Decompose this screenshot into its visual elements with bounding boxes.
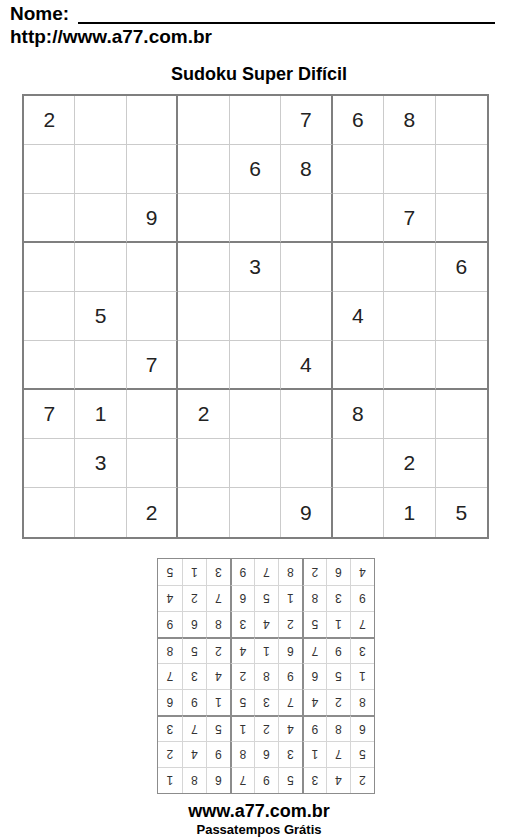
puzzle-cell-r6c9 (436, 341, 487, 390)
solution-cell-r2c7: 9 (206, 741, 230, 767)
solution-cell-r5c7: 4 (206, 663, 230, 689)
puzzle-cell-r5c8 (384, 292, 435, 341)
footer-site-text: www.a77.com.br (0, 801, 518, 821)
puzzle-cell-r9c6: 9 (281, 488, 332, 537)
solution-cell-r4c8: 9 (182, 689, 206, 715)
solution-cell-r5c1: 1 (350, 663, 374, 689)
puzzle-cell-r1c6: 7 (281, 96, 332, 145)
solution-cell-r3c3: 9 (302, 715, 326, 741)
puzzle-cell-r2c3 (127, 145, 178, 194)
puzzle-cell-r5c4 (178, 292, 229, 341)
solution-cell-r9c2: 6 (326, 559, 350, 585)
solution-cell-r1c7: 6 (206, 767, 230, 793)
puzzle-cell-r1c9 (436, 96, 487, 145)
puzzle-cell-r1c4 (178, 96, 229, 145)
puzzle-cell-r5c7: 4 (333, 292, 384, 341)
solution-cell-r1c5: 9 (254, 767, 278, 793)
solution-cell-r4c6: 5 (230, 689, 254, 715)
solution-cell-r1c2: 4 (326, 767, 350, 793)
puzzle-cell-r7c3 (127, 390, 178, 439)
puzzle-cell-r6c3: 7 (127, 341, 178, 390)
solution-cell-r3c2: 8 (326, 715, 350, 741)
puzzle-cell-r3c9 (436, 194, 487, 243)
solution-cell-r4c7: 1 (206, 689, 230, 715)
puzzle-cell-r2c6: 8 (281, 145, 332, 194)
solution-cell-r7c5: 4 (254, 611, 278, 637)
puzzle-cell-r4c5: 3 (230, 243, 281, 292)
puzzle-cell-r8c5 (230, 439, 281, 488)
puzzle-cell-r6c2 (75, 341, 126, 390)
solution-cell-r2c9: 2 (158, 741, 182, 767)
puzzle-cell-r1c5 (230, 96, 281, 145)
solution-cell-r9c7: 3 (206, 559, 230, 585)
solution-cell-r5c6: 2 (230, 663, 254, 689)
puzzle-cell-r7c2: 1 (75, 390, 126, 439)
puzzle-cell-r6c1 (24, 341, 75, 390)
puzzle-cell-r4c2 (75, 243, 126, 292)
solution-cell-r5c4: 9 (278, 663, 302, 689)
puzzle-cell-r2c5: 6 (230, 145, 281, 194)
solution-cell-r3c7: 5 (206, 715, 230, 741)
solution-cell-r9c4: 8 (278, 559, 302, 585)
solution-cell-r7c8: 6 (182, 611, 206, 637)
solution-cell-r1c1: 2 (350, 767, 374, 793)
puzzle-cell-r9c2 (75, 488, 126, 537)
puzzle-cell-r5c5 (230, 292, 281, 341)
solution-cell-r3c8: 7 (182, 715, 206, 741)
name-fill-line (78, 6, 495, 24)
solution-cell-r4c4: 7 (278, 689, 302, 715)
solution-cell-r5c8: 3 (182, 663, 206, 689)
puzzle-cell-r3c5 (230, 194, 281, 243)
puzzle-cell-r3c3: 9 (127, 194, 178, 243)
solution-cell-r9c6: 9 (230, 559, 254, 585)
puzzle-cell-r6c6: 4 (281, 341, 332, 390)
puzzle-cell-r2c8 (384, 145, 435, 194)
puzzle-cell-r2c9 (436, 145, 487, 194)
solution-cell-r8c5: 5 (254, 585, 278, 611)
puzzle-cell-r7c8 (384, 390, 435, 439)
solution-cell-r3c5: 2 (254, 715, 278, 741)
puzzle-cell-r9c1 (24, 488, 75, 537)
puzzle-title: Sudoku Super Difícil (0, 64, 518, 85)
puzzle-cell-r5c1 (24, 292, 75, 341)
puzzle-cell-r6c4 (178, 341, 229, 390)
puzzle-cell-r8c4 (178, 439, 229, 488)
puzzle-cell-r8c1 (24, 439, 75, 488)
puzzle-cell-r7c7: 8 (333, 390, 384, 439)
puzzle-cell-r2c7 (333, 145, 384, 194)
solution-cell-r7c6: 3 (230, 611, 254, 637)
puzzle-cell-r4c7 (333, 243, 384, 292)
puzzle-cell-r7c5 (230, 390, 281, 439)
solution-cell-r8c4: 1 (278, 585, 302, 611)
solution-cell-r4c3: 4 (302, 689, 326, 715)
puzzle-cell-r9c3: 2 (127, 488, 178, 537)
puzzle-cell-r8c6 (281, 439, 332, 488)
puzzle-cell-r3c2 (75, 194, 126, 243)
solution-cell-r5c2: 5 (326, 663, 350, 689)
puzzle-cell-r6c5 (230, 341, 281, 390)
solution-cell-r8c9: 4 (158, 585, 182, 611)
solution-cell-r9c8: 1 (182, 559, 206, 585)
solution-cell-r6c1: 3 (350, 637, 374, 663)
solution-cell-r5c9: 7 (158, 663, 182, 689)
solution-cell-r6c8: 5 (182, 637, 206, 663)
puzzle-cell-r3c4 (178, 194, 229, 243)
puzzle-cell-r9c9: 5 (436, 488, 487, 537)
solution-cell-r9c5: 7 (254, 559, 278, 585)
puzzle-cell-r4c6 (281, 243, 332, 292)
puzzle-cell-r4c9: 6 (436, 243, 487, 292)
solution-cell-r7c7: 8 (206, 611, 230, 637)
solution-cell-r1c4: 5 (278, 767, 302, 793)
site-url-text: http://www.a77.com.br (10, 26, 508, 47)
solution-cell-r1c9: 1 (158, 767, 182, 793)
solution-cell-r6c9: 8 (158, 637, 182, 663)
puzzle-cell-r5c3 (127, 292, 178, 341)
solution-cell-r1c8: 8 (182, 767, 206, 793)
puzzle-cell-r3c8: 7 (384, 194, 435, 243)
solution-cell-r2c5: 6 (254, 741, 278, 767)
solution-cell-r8c2: 3 (326, 585, 350, 611)
puzzle-cell-r3c6 (281, 194, 332, 243)
puzzle-cell-r3c1 (24, 194, 75, 243)
solution-cell-r2c8: 4 (182, 741, 206, 767)
puzzle-cell-r8c8: 2 (384, 439, 435, 488)
puzzle-cell-r4c3 (127, 243, 178, 292)
solution-cell-r4c9: 6 (158, 689, 182, 715)
solution-cell-r5c5: 8 (254, 663, 278, 689)
puzzle-cell-r6c7 (333, 341, 384, 390)
puzzle-cell-r1c1: 2 (24, 96, 75, 145)
puzzle-cell-r9c5 (230, 488, 281, 537)
puzzle-cell-r2c4 (178, 145, 229, 194)
solution-cell-r7c4: 2 (278, 611, 302, 637)
solution-cell-r9c3: 2 (302, 559, 326, 585)
solution-cell-r4c5: 3 (254, 689, 278, 715)
solution-cell-r7c2: 1 (326, 611, 350, 637)
solution-cell-r8c6: 6 (230, 585, 254, 611)
solution-cell-r8c1: 9 (350, 585, 374, 611)
puzzle-cell-r9c7 (333, 488, 384, 537)
puzzle-cell-r7c1: 7 (24, 390, 75, 439)
solution-cell-r7c1: 7 (350, 611, 374, 637)
puzzle-cell-r4c4 (178, 243, 229, 292)
puzzle-cell-r5c9 (436, 292, 487, 341)
footer-tagline-text: Passatempos Grátis (0, 822, 518, 838)
puzzle-cell-r6c8 (384, 341, 435, 390)
solution-cell-r8c8: 2 (182, 585, 206, 611)
puzzle-cell-r8c7 (333, 439, 384, 488)
solution-cell-r9c9: 5 (158, 559, 182, 585)
solution-cell-r1c3: 3 (302, 767, 326, 793)
solution-cell-r4c1: 8 (350, 689, 374, 715)
puzzle-cell-r3c7 (333, 194, 384, 243)
name-label: Nome: (10, 4, 69, 24)
solution-cell-r1c6: 7 (230, 767, 254, 793)
solution-cell-r2c1: 5 (350, 741, 374, 767)
main-sudoku-grid: 276868973654747128322915 (22, 94, 489, 539)
solution-cell-r6c3: 7 (302, 637, 326, 663)
solution-cell-r3c9: 3 (158, 715, 182, 741)
solution-cell-r8c7: 7 (206, 585, 230, 611)
solution-cell-r6c4: 6 (278, 637, 302, 663)
solution-cell-r2c2: 7 (326, 741, 350, 767)
solution-cell-r2c6: 8 (230, 741, 254, 767)
solution-cell-r7c9: 9 (158, 611, 182, 637)
solution-cell-r2c4: 3 (278, 741, 302, 767)
puzzle-cell-r8c2: 3 (75, 439, 126, 488)
solution-cell-r3c6: 1 (230, 715, 254, 741)
solution-cell-r2c3: 1 (302, 741, 326, 767)
puzzle-cell-r8c9 (436, 439, 487, 488)
puzzle-cell-r4c1 (24, 243, 75, 292)
puzzle-cell-r1c3 (127, 96, 178, 145)
puzzle-cell-r9c8: 1 (384, 488, 435, 537)
puzzle-cell-r2c2 (75, 145, 126, 194)
solution-cell-r6c5: 1 (254, 637, 278, 663)
solution-cell-r6c2: 9 (326, 637, 350, 663)
solution-cell-r3c1: 6 (350, 715, 374, 741)
puzzle-cell-r5c2: 5 (75, 292, 126, 341)
name-row: Nome: (0, 0, 518, 24)
puzzle-cell-r8c3 (127, 439, 178, 488)
solution-cell-r8c3: 8 (302, 585, 326, 611)
solution-cell-r3c4: 4 (278, 715, 302, 741)
puzzle-cell-r1c7: 6 (333, 96, 384, 145)
puzzle-cell-r1c8: 8 (384, 96, 435, 145)
solution-cell-r4c2: 2 (326, 689, 350, 715)
puzzle-cell-r7c4: 2 (178, 390, 229, 439)
puzzle-cell-r1c2 (75, 96, 126, 145)
solution-cell-r5c3: 6 (302, 663, 326, 689)
solution-cell-r9c1: 4 (350, 559, 374, 585)
solution-cell-r7c3: 5 (302, 611, 326, 637)
puzzle-cell-r2c1 (24, 145, 75, 194)
puzzle-cell-r4c8 (384, 243, 435, 292)
solution-cell-r6c7: 2 (206, 637, 230, 663)
solution-cell-r6c6: 4 (230, 637, 254, 663)
puzzle-cell-r5c6 (281, 292, 332, 341)
puzzle-cell-r7c9 (436, 390, 487, 439)
puzzle-cell-r9c4 (178, 488, 229, 537)
puzzle-cell-r7c6 (281, 390, 332, 439)
solution-grid-upside-down: 2435976815713689426894215738247351961569… (157, 558, 375, 794)
